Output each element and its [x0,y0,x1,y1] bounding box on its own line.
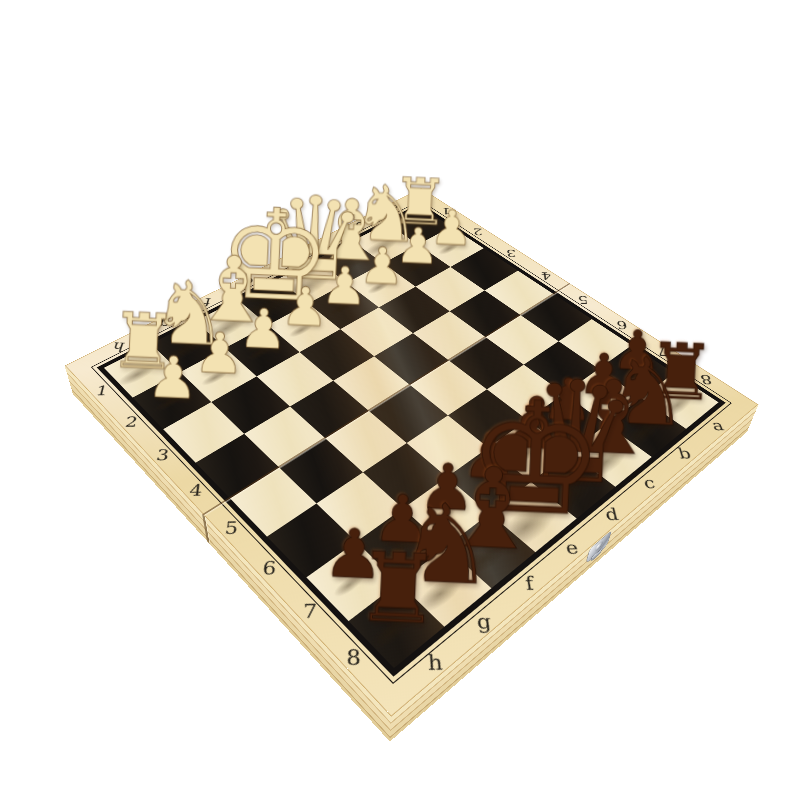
coord-label-d-far: d [281,256,293,268]
coord-label-2-far: 2 [473,226,483,237]
coord-label-c-far: c [320,238,330,249]
white-pawn-glyph: ♟ [146,349,200,409]
coord-label-5-far: 5 [577,294,589,306]
coord-label-4-far: 4 [541,270,552,282]
product-photo-stage: hgfedcbahgfedcba1234567812345678 ♜♞♟♝♟♛♟… [0,0,800,800]
perspective-scene: hgfedcbahgfedcba1234567812345678 ♜♞♟♝♟♛♟… [0,0,800,800]
coord-label-a-far: a [389,203,398,213]
coord-label-1-far: 1 [441,206,450,216]
coord-label-3-far: 3 [506,248,517,259]
black-rook-glyph: ♜ [353,539,443,638]
coord-label-b-far: b [355,220,366,231]
chess-board: hgfedcbahgfedcba1234567812345678 ♜♞♟♝♟♛♟… [65,188,759,717]
